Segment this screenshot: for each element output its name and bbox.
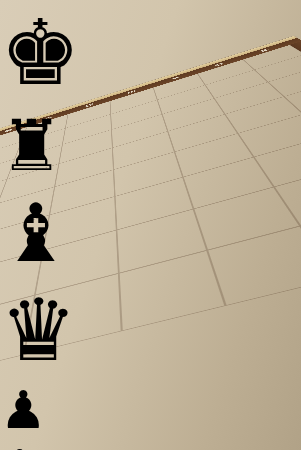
black-queen-d6: ♛: [0, 280, 301, 380]
black-king-e7: ♚: [0, 0, 301, 105]
black-pawn-f5: ♟: [0, 380, 301, 440]
chessboard-photo: ABCDEFGH ♚ ♜ ♝ ♛ ♟ ♟ ♞ ♞ ♜ ♟ ♟ ♟ ♟ ♚: [0, 0, 301, 450]
black-bishop-c7: ♝: [0, 187, 301, 280]
black-rook-g6: ♜: [0, 105, 301, 187]
black-pawn-c5: ♟: [0, 440, 301, 450]
